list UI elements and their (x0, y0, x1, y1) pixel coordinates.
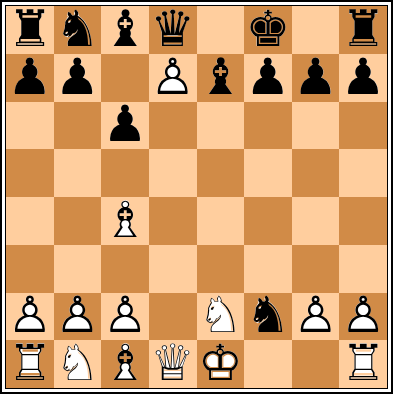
square-c6[interactable]: ♙♟ (101, 102, 149, 150)
square-c3[interactable] (101, 245, 149, 293)
square-g8[interactable] (292, 6, 340, 54)
square-f4[interactable] (244, 197, 292, 245)
piece-white-pawn: ♟♙ (101, 293, 149, 341)
piece-black-rook: ♖♜ (6, 6, 54, 54)
square-a5[interactable] (6, 149, 54, 197)
piece-white-rook: ♜♖ (339, 340, 387, 388)
piece-black-knight: ♘♞ (54, 6, 102, 54)
white-pawn-icon: ♙ (103, 290, 148, 340)
black-knight-icon: ♞ (55, 4, 100, 54)
piece-white-pawn: ♟♙ (149, 54, 197, 102)
square-d3[interactable] (149, 245, 197, 293)
piece-white-knight: ♞♘ (54, 340, 102, 388)
square-a1[interactable]: ♜♖ (6, 340, 54, 388)
square-f5[interactable] (244, 149, 292, 197)
square-a7[interactable]: ♙♟ (6, 54, 54, 102)
square-d4[interactable] (149, 197, 197, 245)
square-b1[interactable]: ♞♘ (54, 340, 102, 388)
black-rook-icon: ♜ (341, 4, 386, 54)
square-b4[interactable] (54, 197, 102, 245)
square-h4[interactable] (339, 197, 387, 245)
piece-black-bishop: ♗♝ (197, 54, 245, 102)
square-a6[interactable] (6, 102, 54, 150)
square-d5[interactable] (149, 149, 197, 197)
black-rook-icon: ♜ (7, 4, 52, 54)
piece-black-pawn: ♙♟ (6, 54, 54, 102)
square-c7[interactable] (101, 54, 149, 102)
white-knight-icon: ♘ (55, 338, 100, 388)
square-a3[interactable] (6, 245, 54, 293)
square-d8[interactable]: ♕♛ (149, 6, 197, 54)
square-b8[interactable]: ♘♞ (54, 6, 102, 54)
square-e2[interactable]: ♞♘ (197, 293, 245, 341)
square-c4[interactable]: ♝♗ (101, 197, 149, 245)
square-c1[interactable]: ♝♗ (101, 340, 149, 388)
square-f7[interactable]: ♙♟ (244, 54, 292, 102)
square-f1[interactable] (244, 340, 292, 388)
square-g6[interactable] (292, 102, 340, 150)
piece-white-bishop: ♝♗ (101, 340, 149, 388)
black-king-icon: ♚ (246, 4, 291, 54)
square-b5[interactable] (54, 149, 102, 197)
square-g7[interactable]: ♙♟ (292, 54, 340, 102)
piece-white-pawn: ♟♙ (54, 293, 102, 341)
piece-black-pawn: ♙♟ (244, 54, 292, 102)
square-e5[interactable] (197, 149, 245, 197)
square-d2[interactable] (149, 293, 197, 341)
square-h8[interactable]: ♖♜ (339, 6, 387, 54)
piece-white-king: ♚♔ (197, 340, 245, 388)
square-b3[interactable] (54, 245, 102, 293)
white-king-icon: ♔ (198, 338, 243, 388)
square-f6[interactable] (244, 102, 292, 150)
black-pawn-icon: ♟ (341, 52, 386, 102)
square-g2[interactable]: ♟♙ (292, 293, 340, 341)
piece-white-pawn: ♟♙ (292, 293, 340, 341)
square-e8[interactable] (197, 6, 245, 54)
white-pawn-icon: ♙ (293, 290, 338, 340)
square-b7[interactable]: ♙♟ (54, 54, 102, 102)
piece-black-bishop: ♗♝ (101, 6, 149, 54)
black-bishop-icon: ♝ (103, 4, 148, 54)
board-frame: ♖♜♘♞♗♝♕♛♔♚♖♜♙♟♙♟♟♙♗♝♙♟♙♟♙♟♙♟♝♗♟♙♟♙♟♙♞♘♘♞… (5, 5, 388, 389)
chess-diagram: ♖♜♘♞♗♝♕♛♔♚♖♜♙♟♙♟♟♙♗♝♙♟♙♟♙♟♙♟♝♗♟♙♟♙♟♙♞♘♘♞… (0, 0, 393, 394)
black-pawn-icon: ♟ (103, 99, 148, 149)
piece-black-queen: ♕♛ (149, 6, 197, 54)
piece-black-pawn: ♙♟ (101, 102, 149, 150)
square-e4[interactable] (197, 197, 245, 245)
square-f3[interactable] (244, 245, 292, 293)
square-h6[interactable] (339, 102, 387, 150)
piece-black-knight: ♘♞ (244, 293, 292, 341)
square-e6[interactable] (197, 102, 245, 150)
black-pawn-icon: ♟ (293, 52, 338, 102)
piece-black-rook: ♖♜ (339, 6, 387, 54)
square-e7[interactable]: ♗♝ (197, 54, 245, 102)
white-rook-icon: ♖ (7, 338, 52, 388)
white-bishop-icon: ♗ (103, 195, 148, 245)
square-e1[interactable]: ♚♔ (197, 340, 245, 388)
square-g5[interactable] (292, 149, 340, 197)
square-h2[interactable]: ♟♙ (339, 293, 387, 341)
square-f2[interactable]: ♘♞ (244, 293, 292, 341)
square-a2[interactable]: ♟♙ (6, 293, 54, 341)
chess-board: ♖♜♘♞♗♝♕♛♔♚♖♜♙♟♙♟♟♙♗♝♙♟♙♟♙♟♙♟♝♗♟♙♟♙♟♙♞♘♘♞… (6, 6, 387, 388)
square-c2[interactable]: ♟♙ (101, 293, 149, 341)
black-pawn-icon: ♟ (7, 52, 52, 102)
black-queen-icon: ♛ (150, 4, 195, 54)
square-g1[interactable] (292, 340, 340, 388)
square-a8[interactable]: ♖♜ (6, 6, 54, 54)
piece-black-pawn: ♙♟ (292, 54, 340, 102)
piece-white-pawn: ♟♙ (6, 293, 54, 341)
piece-white-pawn: ♟♙ (339, 293, 387, 341)
black-pawn-icon: ♟ (246, 52, 291, 102)
square-h7[interactable]: ♙♟ (339, 54, 387, 102)
black-bishop-icon: ♝ (198, 52, 243, 102)
white-queen-icon: ♕ (150, 338, 195, 388)
piece-black-pawn: ♙♟ (54, 54, 102, 102)
square-h3[interactable] (339, 245, 387, 293)
square-b2[interactable]: ♟♙ (54, 293, 102, 341)
black-pawn-icon: ♟ (55, 52, 100, 102)
white-pawn-icon: ♙ (341, 290, 386, 340)
square-d7[interactable]: ♟♙ (149, 54, 197, 102)
square-b6[interactable] (54, 102, 102, 150)
square-d1[interactable]: ♛♕ (149, 340, 197, 388)
square-c8[interactable]: ♗♝ (101, 6, 149, 54)
piece-black-pawn: ♙♟ (339, 54, 387, 102)
square-f8[interactable]: ♔♚ (244, 6, 292, 54)
piece-black-king: ♔♚ (244, 6, 292, 54)
piece-white-queen: ♛♕ (149, 340, 197, 388)
white-rook-icon: ♖ (341, 338, 386, 388)
white-knight-icon: ♘ (198, 290, 243, 340)
square-g3[interactable] (292, 245, 340, 293)
square-h5[interactable] (339, 149, 387, 197)
square-a4[interactable] (6, 197, 54, 245)
black-knight-icon: ♞ (246, 290, 291, 340)
white-pawn-icon: ♙ (150, 52, 195, 102)
piece-white-rook: ♜♖ (6, 340, 54, 388)
piece-white-knight: ♞♘ (197, 293, 245, 341)
square-c5[interactable] (101, 149, 149, 197)
piece-white-bishop: ♝♗ (101, 197, 149, 245)
square-d6[interactable] (149, 102, 197, 150)
square-g4[interactable] (292, 197, 340, 245)
square-h1[interactable]: ♜♖ (339, 340, 387, 388)
white-bishop-icon: ♗ (103, 338, 148, 388)
square-e3[interactable] (197, 245, 245, 293)
white-pawn-icon: ♙ (7, 290, 52, 340)
white-pawn-icon: ♙ (55, 290, 100, 340)
